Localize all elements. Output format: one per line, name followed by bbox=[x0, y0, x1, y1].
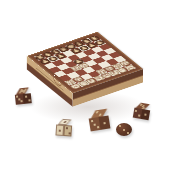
die-pip bbox=[144, 113, 146, 115]
die-pip bbox=[25, 95, 27, 97]
die-pip bbox=[68, 132, 70, 134]
wooden-die bbox=[133, 102, 152, 121]
die-pip bbox=[96, 111, 99, 114]
die-pip bbox=[91, 120, 93, 122]
die-pip bbox=[28, 99, 30, 101]
die-pip bbox=[119, 125, 121, 127]
die-pip bbox=[59, 129, 61, 131]
die-pip bbox=[63, 121, 67, 123]
wooden-die bbox=[88, 109, 111, 132]
product-photo: ♜♞♝♛♚♝♞♜♟♟♟♟♟♟♟♟♙♙♙♙♙♙♙♙♖♘♗♕♔♗♘♖ bbox=[0, 0, 175, 175]
die-pip bbox=[94, 123, 96, 125]
die-pip bbox=[104, 122, 106, 124]
die-pip bbox=[97, 126, 99, 128]
die-pip bbox=[127, 132, 129, 134]
die-face bbox=[99, 116, 110, 130]
wooden-die bbox=[55, 118, 72, 136]
die-pip bbox=[135, 110, 137, 112]
die-pip bbox=[138, 114, 140, 116]
die-pip bbox=[21, 100, 23, 102]
die-pip bbox=[123, 129, 125, 131]
wooden-die bbox=[14, 87, 32, 105]
die-face bbox=[64, 125, 72, 136]
die-face bbox=[141, 109, 150, 120]
die-face bbox=[23, 93, 32, 104]
round-die bbox=[116, 123, 132, 136]
die-pip bbox=[65, 127, 67, 129]
